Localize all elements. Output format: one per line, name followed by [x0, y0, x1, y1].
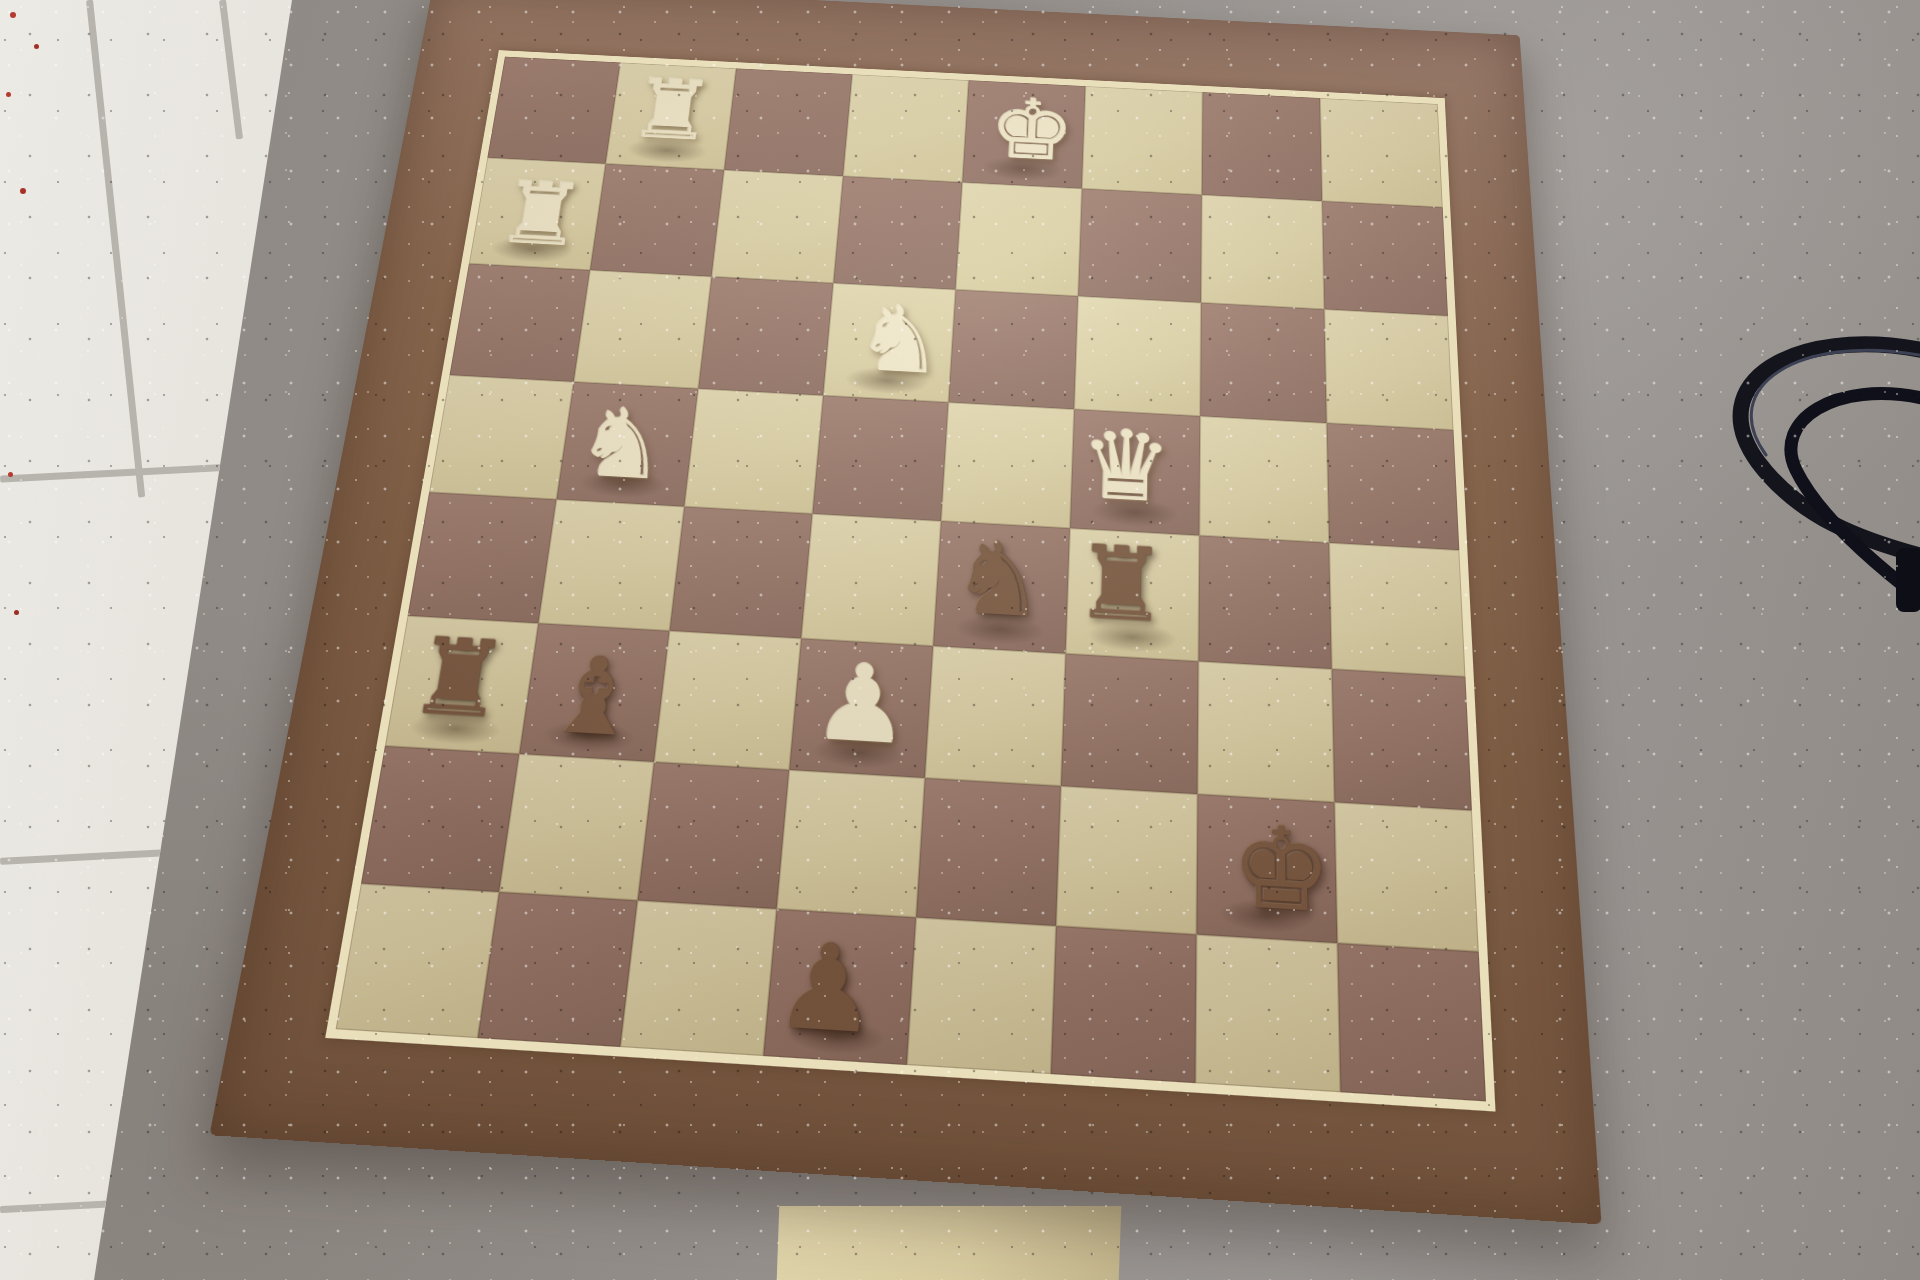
square-e2[interactable] [916, 778, 1061, 926]
square-h5[interactable] [1327, 423, 1460, 550]
table-pedestal [777, 1206, 1122, 1280]
square-a6[interactable] [449, 264, 590, 382]
square-h1[interactable] [1337, 943, 1486, 1101]
piece-white-pawn-d3[interactable]: ♟ [790, 634, 934, 773]
square-d2[interactable] [777, 770, 925, 917]
tile-grout-line [86, 0, 145, 498]
square-f4[interactable]: ♜ [1066, 528, 1200, 661]
square-f6[interactable] [1074, 296, 1201, 416]
piece-white-rook-b8[interactable]: ♜ [607, 56, 737, 163]
square-g8[interactable] [1202, 92, 1322, 201]
red-speck [8, 472, 13, 477]
piece-black-rook-a3[interactable]: ♜ [382, 610, 535, 748]
square-a7[interactable]: ♜ [469, 158, 606, 270]
red-speck [34, 44, 39, 49]
square-f5[interactable]: ♛ [1070, 409, 1200, 535]
chess-board: ♜♚♜♞♞♛♞♜♜♝♟♚♟ [209, 0, 1601, 1224]
square-f1[interactable] [1051, 926, 1197, 1083]
tile-grout-line [0, 848, 185, 865]
red-speck [14, 610, 19, 615]
square-g5[interactable] [1199, 416, 1329, 543]
square-b5[interactable]: ♞ [556, 382, 698, 507]
square-c7[interactable] [711, 170, 843, 283]
square-b3[interactable]: ♝ [519, 623, 669, 762]
square-d6[interactable]: ♞ [823, 283, 955, 402]
square-a3[interactable]: ♜ [385, 616, 538, 754]
square-f2[interactable] [1056, 786, 1197, 934]
square-c3[interactable] [654, 631, 801, 770]
square-h8[interactable] [1320, 98, 1443, 207]
square-g3[interactable] [1197, 661, 1334, 802]
square-e8[interactable]: ♚ [962, 80, 1085, 188]
square-d8[interactable] [843, 74, 969, 182]
square-c6[interactable] [698, 277, 833, 396]
piece-white-king-e8[interactable]: ♚ [970, 76, 1093, 184]
square-a8[interactable] [487, 57, 620, 164]
piece-white-knight-b5[interactable]: ♞ [551, 382, 693, 507]
piece-black-rook-f4[interactable]: ♜ [1054, 518, 1188, 651]
square-g4[interactable] [1198, 536, 1331, 670]
square-f7[interactable] [1078, 189, 1202, 303]
piece-white-rook-a7[interactable]: ♜ [473, 158, 610, 270]
square-d5[interactable] [812, 395, 948, 521]
red-speck [10, 12, 16, 18]
square-e5[interactable] [941, 402, 1074, 528]
square-e1[interactable] [907, 917, 1056, 1074]
square-c4[interactable] [670, 507, 813, 639]
piece-black-bishop-b3[interactable]: ♝ [519, 627, 669, 766]
square-b4[interactable] [538, 499, 684, 630]
square-b7[interactable] [590, 164, 724, 277]
piece-black-king-g2[interactable]: ♚ [1212, 795, 1353, 944]
square-e7[interactable] [956, 182, 1082, 296]
square-g1[interactable] [1195, 935, 1340, 1093]
square-b2[interactable] [499, 754, 654, 901]
board-inlay-line: ♜♚♜♞♞♛♞♜♜♝♟♚♟ [325, 50, 1495, 1111]
piece-white-knight-d6[interactable]: ♞ [833, 280, 965, 399]
square-a5[interactable] [429, 375, 574, 499]
piece-black-knight-e4[interactable]: ♞ [930, 513, 1067, 645]
square-a1[interactable] [336, 884, 499, 1039]
square-h7[interactable] [1322, 201, 1448, 316]
square-f8[interactable] [1082, 86, 1203, 195]
square-g6[interactable] [1200, 303, 1326, 423]
square-d1[interactable]: ♟ [763, 909, 916, 1065]
square-e3[interactable] [925, 646, 1066, 786]
square-g7[interactable] [1201, 195, 1324, 309]
square-a4[interactable] [408, 492, 557, 623]
square-a2[interactable] [361, 746, 519, 892]
square-e6[interactable] [948, 290, 1078, 410]
piece-black-pawn-d1[interactable]: ♟ [750, 910, 903, 1066]
square-h2[interactable] [1334, 802, 1478, 951]
square-f3[interactable] [1061, 654, 1198, 794]
board-grid: ♜♚♜♞♞♛♞♜♜♝♟♚♟ [336, 57, 1486, 1102]
tile-grout-line [0, 1200, 120, 1213]
piece-white-queen-f5[interactable]: ♛ [1060, 403, 1190, 529]
square-b8[interactable]: ♜ [606, 62, 737, 169]
square-d4[interactable] [801, 514, 941, 646]
square-h3[interactable] [1332, 669, 1472, 810]
red-speck [20, 188, 26, 194]
tile-grout-line [219, 0, 243, 139]
square-d7[interactable] [833, 176, 962, 289]
red-speck [6, 92, 11, 97]
square-c2[interactable] [638, 762, 790, 909]
square-g2[interactable]: ♚ [1196, 794, 1337, 943]
square-h6[interactable] [1324, 309, 1453, 430]
square-e4[interactable]: ♞ [933, 521, 1070, 654]
square-c8[interactable] [724, 68, 852, 176]
square-b6[interactable] [574, 270, 712, 389]
square-c5[interactable] [684, 389, 823, 514]
square-h4[interactable] [1329, 543, 1465, 677]
square-d3[interactable]: ♟ [789, 638, 933, 778]
square-b1[interactable] [478, 892, 638, 1047]
